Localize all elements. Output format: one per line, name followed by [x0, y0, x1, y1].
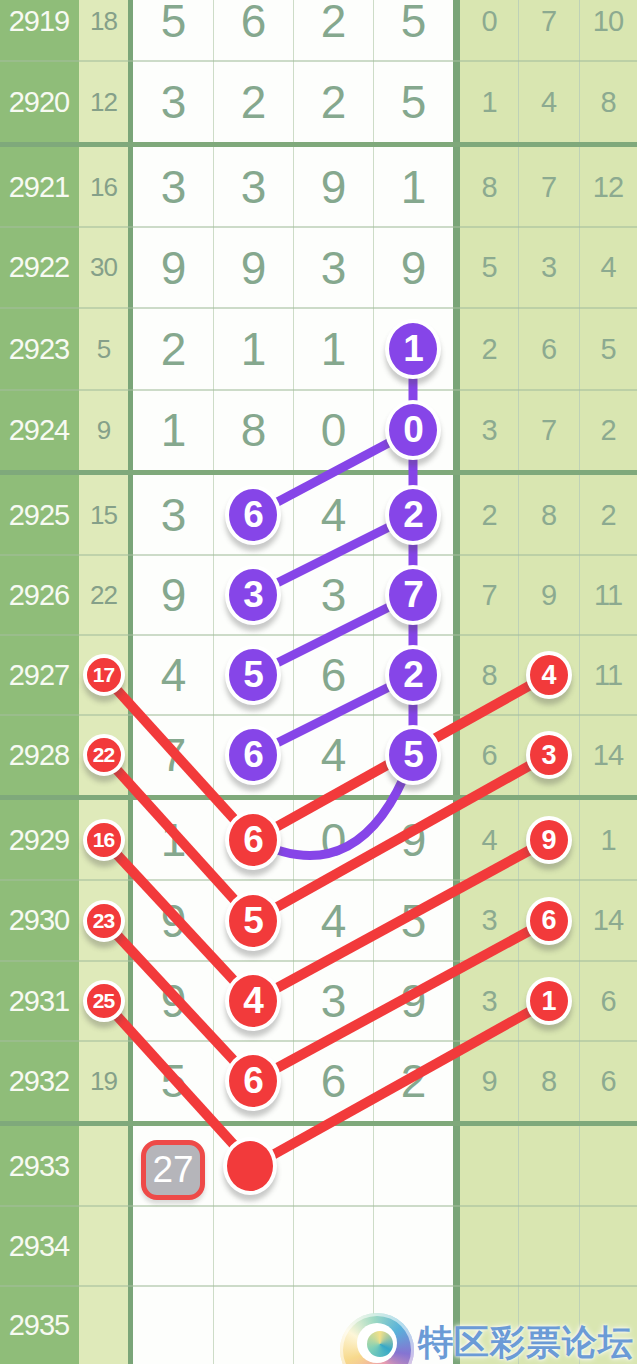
- purple-circled-digit-2926: 7: [385, 565, 441, 625]
- purple-circled-digit-2925: 2: [385, 485, 441, 545]
- red-trend-line: [253, 840, 549, 1001]
- red-circled-number-2927: 4: [526, 651, 572, 699]
- red-circled-number-2931: 1: [526, 977, 572, 1025]
- red-circled-number-2929: 16: [83, 819, 125, 861]
- red-circled-number-2929: 6: [225, 810, 281, 870]
- red-circled-number-2932: 6: [225, 1051, 281, 1111]
- red-circled-number-2930: 6: [526, 897, 572, 945]
- site-logo-icon: [340, 1313, 414, 1364]
- red-circled-number-2931: 4: [225, 971, 281, 1031]
- purple-circled-digit-2924: 0: [385, 400, 441, 460]
- purple-circled-digit-2926: 3: [225, 565, 281, 625]
- red-circled-number-2931: 25: [83, 980, 125, 1022]
- site-watermark-text: 特区彩票论坛 bbs.tqcp.net: [418, 1305, 634, 1364]
- red-circled-number-2927: 17: [83, 654, 125, 696]
- red-circled-number-2928: 22: [83, 734, 125, 776]
- red-dot-marker-2933: [223, 1137, 277, 1195]
- purple-circled-digit-2928: 5: [385, 725, 441, 785]
- purple-circled-digit-2927: 5: [225, 645, 281, 705]
- site-name: 特区彩票论坛: [418, 1319, 634, 1364]
- purple-circled-digit-2927: 2: [385, 645, 441, 705]
- red-trend-line: [253, 1001, 549, 1166]
- red-circled-number-2928: 3: [526, 731, 572, 779]
- red-trend-line: [253, 921, 549, 1082]
- gray-number-box-2933: 27: [141, 1140, 205, 1200]
- red-circled-number-2930: 23: [83, 900, 125, 942]
- purple-circled-digit-2923: 1: [385, 319, 441, 379]
- red-circled-number-2930: 5: [225, 891, 281, 951]
- purple-circled-digit-2925: 6: [225, 485, 281, 545]
- site-watermark: 特区彩票论坛 bbs.tqcp.net: [340, 1305, 637, 1364]
- lottery-trend-chart-board: 2919185625071029201232251482921163391871…: [0, 0, 637, 1364]
- red-circled-number-2929: 9: [526, 816, 572, 864]
- purple-circled-digit-2928: 6: [225, 725, 281, 785]
